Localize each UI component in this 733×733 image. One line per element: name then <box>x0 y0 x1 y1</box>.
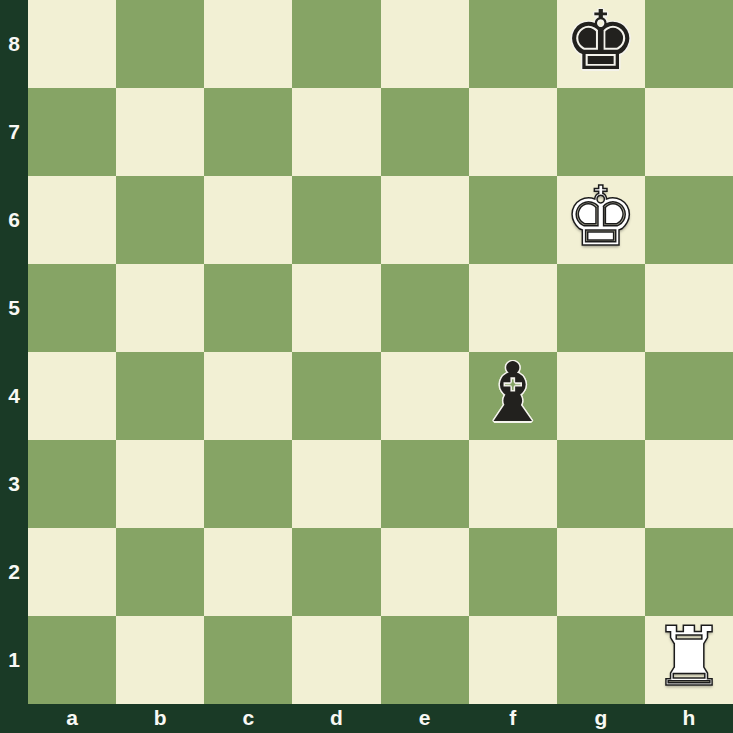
rank-label-8: 8 <box>0 0 28 88</box>
square-c6[interactable] <box>204 176 292 264</box>
square-c7[interactable] <box>204 88 292 176</box>
square-e5[interactable] <box>381 264 469 352</box>
square-h3[interactable] <box>645 440 733 528</box>
square-h2[interactable] <box>645 528 733 616</box>
square-a7[interactable] <box>28 88 116 176</box>
square-a1[interactable] <box>28 616 116 704</box>
square-b3[interactable] <box>116 440 204 528</box>
square-e2[interactable] <box>381 528 469 616</box>
square-a3[interactable] <box>28 440 116 528</box>
square-h6[interactable] <box>645 176 733 264</box>
file-label-c: c <box>204 704 292 733</box>
rank-label-7: 7 <box>0 88 28 176</box>
chessboard-frame: 87654321 ♚♚♝♜ abcdefgh <box>0 0 733 733</box>
file-label-b: b <box>116 704 204 733</box>
square-c4[interactable] <box>204 352 292 440</box>
white-rook-h1[interactable]: ♜ <box>652 616 726 698</box>
square-h1[interactable]: ♜ <box>645 616 733 704</box>
file-label-h: h <box>645 704 733 733</box>
square-b6[interactable] <box>116 176 204 264</box>
rank-labels: 87654321 <box>0 0 28 704</box>
file-label-d: d <box>292 704 380 733</box>
square-d5[interactable] <box>292 264 380 352</box>
file-labels: abcdefgh <box>28 704 733 733</box>
square-h8[interactable] <box>645 0 733 88</box>
square-h4[interactable] <box>645 352 733 440</box>
square-a6[interactable] <box>28 176 116 264</box>
square-b4[interactable] <box>116 352 204 440</box>
square-d2[interactable] <box>292 528 380 616</box>
square-d7[interactable] <box>292 88 380 176</box>
rank-label-6: 6 <box>0 176 28 264</box>
square-b8[interactable] <box>116 0 204 88</box>
square-e6[interactable] <box>381 176 469 264</box>
rank-label-3: 3 <box>0 440 28 528</box>
square-d3[interactable] <box>292 440 380 528</box>
square-g8[interactable]: ♚ <box>557 0 645 88</box>
file-label-f: f <box>469 704 557 733</box>
square-f4[interactable]: ♝ <box>469 352 557 440</box>
square-a2[interactable] <box>28 528 116 616</box>
square-c5[interactable] <box>204 264 292 352</box>
black-bishop-f4[interactable]: ♝ <box>476 352 550 434</box>
square-d1[interactable] <box>292 616 380 704</box>
file-label-g: g <box>557 704 645 733</box>
square-d6[interactable] <box>292 176 380 264</box>
square-e4[interactable] <box>381 352 469 440</box>
square-f6[interactable] <box>469 176 557 264</box>
rank-label-4: 4 <box>0 352 28 440</box>
square-d4[interactable] <box>292 352 380 440</box>
square-f8[interactable] <box>469 0 557 88</box>
square-h7[interactable] <box>645 88 733 176</box>
square-g1[interactable] <box>557 616 645 704</box>
rank-label-2: 2 <box>0 528 28 616</box>
square-e1[interactable] <box>381 616 469 704</box>
square-b7[interactable] <box>116 88 204 176</box>
square-a8[interactable] <box>28 0 116 88</box>
square-g2[interactable] <box>557 528 645 616</box>
square-h5[interactable] <box>645 264 733 352</box>
black-king-g8[interactable]: ♚ <box>564 0 638 82</box>
square-f1[interactable] <box>469 616 557 704</box>
square-g3[interactable] <box>557 440 645 528</box>
square-g4[interactable] <box>557 352 645 440</box>
square-b2[interactable] <box>116 528 204 616</box>
square-f3[interactable] <box>469 440 557 528</box>
square-g7[interactable] <box>557 88 645 176</box>
square-a4[interactable] <box>28 352 116 440</box>
square-b1[interactable] <box>116 616 204 704</box>
square-d8[interactable] <box>292 0 380 88</box>
square-c2[interactable] <box>204 528 292 616</box>
square-f5[interactable] <box>469 264 557 352</box>
chessboard[interactable]: ♚♚♝♜ <box>28 0 733 704</box>
square-c3[interactable] <box>204 440 292 528</box>
square-e8[interactable] <box>381 0 469 88</box>
square-f7[interactable] <box>469 88 557 176</box>
square-f2[interactable] <box>469 528 557 616</box>
square-g5[interactable] <box>557 264 645 352</box>
square-c8[interactable] <box>204 0 292 88</box>
square-e3[interactable] <box>381 440 469 528</box>
white-king-g6[interactable]: ♚ <box>564 176 638 258</box>
square-c1[interactable] <box>204 616 292 704</box>
square-e7[interactable] <box>381 88 469 176</box>
rank-label-5: 5 <box>0 264 28 352</box>
rank-label-1: 1 <box>0 616 28 704</box>
square-a5[interactable] <box>28 264 116 352</box>
file-label-e: e <box>381 704 469 733</box>
square-g6[interactable]: ♚ <box>557 176 645 264</box>
square-b5[interactable] <box>116 264 204 352</box>
file-label-a: a <box>28 704 116 733</box>
